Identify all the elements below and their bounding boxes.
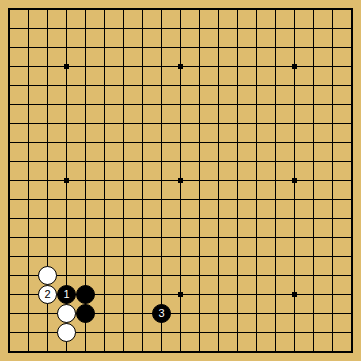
grid-line-vertical [237,9,238,352]
grid-line-vertical [332,9,333,352]
star-point [292,292,297,297]
stone-white-d2 [57,323,76,342]
grid-line-vertical [256,9,257,352]
grid-line-horizontal [9,256,352,257]
stone-black-j3: 3 [152,304,171,323]
move-number-label: 3 [158,308,164,319]
star-point [292,178,297,183]
star-point [292,64,297,69]
grid-line-vertical [218,9,219,352]
grid-line-vertical [313,9,314,352]
grid-line-horizontal [9,275,352,276]
stone-white-c4: 2 [38,285,57,304]
stone-black-d4: 1 [57,285,76,304]
stone-white-c5 [38,266,57,285]
star-point [178,292,183,297]
star-point [64,178,69,183]
grid-line-horizontal [9,218,352,219]
grid-line-vertical [275,9,276,352]
stone-black-e4 [76,285,95,304]
move-number-label: 1 [63,289,69,300]
star-point [178,64,183,69]
grid-line-horizontal [9,237,352,238]
stone-black-e3 [76,304,95,323]
star-point [178,178,183,183]
go-board: 213 [0,0,361,361]
stone-white-d3 [57,304,76,323]
grid-line-vertical [199,9,200,352]
grid-line-horizontal [9,199,352,200]
star-point [64,64,69,69]
move-number-label: 2 [44,289,50,300]
